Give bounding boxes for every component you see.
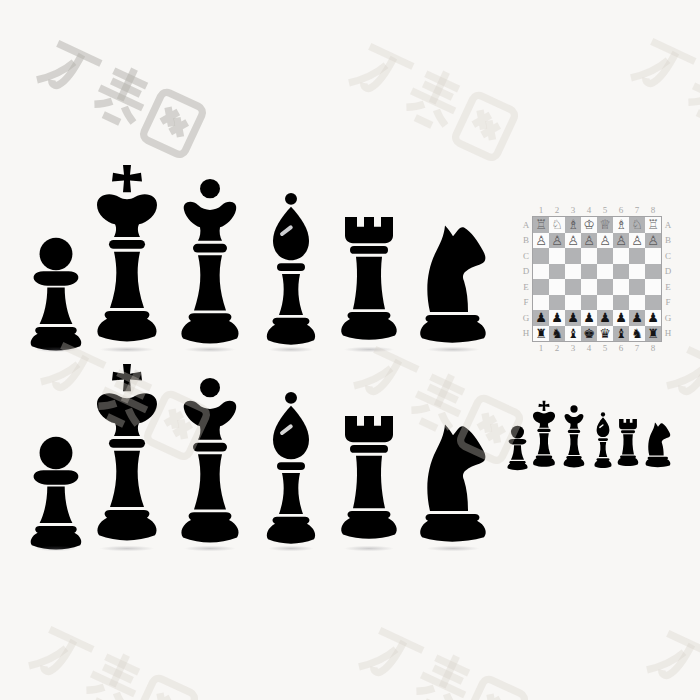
square-G3: ♟ — [565, 310, 581, 326]
board-piece-black: ♜ — [647, 326, 659, 342]
board-piece-black: ♝ — [567, 326, 579, 342]
file-label: 2 — [549, 203, 565, 217]
square-H5: ♛ — [597, 326, 613, 342]
square-D8 — [645, 264, 661, 280]
square-H1: ♜ — [533, 326, 549, 342]
board-piece-black: ♚ — [583, 326, 595, 342]
rank-label: B — [661, 233, 675, 249]
square-B8: ♙ — [645, 233, 661, 249]
board-piece-white: ♙ — [535, 233, 547, 249]
square-A3: ♗ — [565, 217, 581, 233]
square-C5 — [597, 248, 613, 264]
white-king — [89, 163, 165, 350]
square-C1 — [533, 248, 549, 264]
black-knight — [416, 410, 490, 549]
square-D4 — [581, 264, 597, 280]
board-piece-black: ♟ — [535, 310, 547, 326]
mini-chessboard: 12345678A♖♘♗♔♕♗♘♖AB♙♙♙♙♙♙♙♙BCCDDEEFFG♟♟♟… — [519, 203, 675, 355]
square-E5 — [597, 279, 613, 295]
square-C2 — [549, 248, 565, 264]
square-D6 — [613, 264, 629, 280]
square-A6: ♗ — [613, 217, 629, 233]
watermark — [20, 616, 205, 700]
rank-label: D — [661, 264, 675, 280]
board-piece-white: ♖ — [647, 217, 659, 233]
file-label: 1 — [533, 341, 549, 355]
square-B7: ♙ — [629, 233, 645, 249]
board-piece-white: ♙ — [599, 233, 611, 249]
white-queen — [174, 178, 246, 350]
square-C8 — [645, 248, 661, 264]
watermark — [340, 33, 525, 172]
icon-bishop — [592, 412, 614, 470]
board-piece-white: ♙ — [567, 233, 579, 249]
board-piece-white: ♕ — [599, 217, 611, 233]
square-F1 — [533, 295, 549, 311]
square-D1 — [533, 264, 549, 280]
watermark — [622, 28, 700, 167]
rank-label: B — [519, 233, 533, 249]
square-F4 — [581, 295, 597, 311]
board-piece-white: ♗ — [615, 217, 627, 233]
square-C7 — [629, 248, 645, 264]
board-piece-white: ♘ — [551, 217, 563, 233]
square-H7: ♞ — [629, 326, 645, 342]
square-F7 — [629, 295, 645, 311]
square-D2 — [549, 264, 565, 280]
square-A4: ♔ — [581, 217, 597, 233]
square-A7: ♘ — [629, 217, 645, 233]
black-bishop — [260, 391, 322, 549]
square-D5 — [597, 264, 613, 280]
square-A2: ♘ — [549, 217, 565, 233]
rank-label: C — [519, 248, 533, 264]
rank-label: A — [519, 217, 533, 233]
board-piece-black: ♟ — [567, 310, 579, 326]
square-E8 — [645, 279, 661, 295]
file-label: 6 — [613, 203, 629, 217]
square-F3 — [565, 295, 581, 311]
rank-label: F — [519, 295, 533, 311]
square-H4: ♚ — [581, 326, 597, 342]
square-B2: ♙ — [549, 233, 565, 249]
file-label: 5 — [597, 341, 613, 355]
square-G7: ♟ — [629, 310, 645, 326]
square-E7 — [629, 279, 645, 295]
square-E4 — [581, 279, 597, 295]
rank-label: G — [661, 310, 675, 326]
board-piece-black: ♟ — [647, 310, 659, 326]
board-piece-black: ♞ — [631, 326, 643, 342]
square-H6: ♝ — [613, 326, 629, 342]
square-D7 — [629, 264, 645, 280]
square-H8: ♜ — [645, 326, 661, 342]
square-A5: ♕ — [597, 217, 613, 233]
file-label: 6 — [613, 341, 629, 355]
square-E3 — [565, 279, 581, 295]
board-piece-black: ♟ — [551, 310, 563, 326]
square-C6 — [613, 248, 629, 264]
board-piece-white: ♙ — [647, 233, 659, 249]
file-label: 7 — [629, 341, 645, 355]
file-label: 3 — [565, 203, 581, 217]
board-piece-white: ♔ — [583, 217, 595, 233]
board-piece-white: ♙ — [615, 233, 627, 249]
square-G8: ♟ — [645, 310, 661, 326]
board-piece-black: ♞ — [551, 326, 563, 342]
square-B5: ♙ — [597, 233, 613, 249]
board-piece-white: ♙ — [551, 233, 563, 249]
rank-label: F — [661, 295, 675, 311]
black-rook — [334, 413, 404, 549]
square-H2: ♞ — [549, 326, 565, 342]
board-corner — [519, 341, 533, 355]
square-C3 — [565, 248, 581, 264]
square-E1 — [533, 279, 549, 295]
square-G5: ♟ — [597, 310, 613, 326]
square-D3 — [565, 264, 581, 280]
board-piece-white: ♙ — [583, 233, 595, 249]
black-queen — [174, 377, 246, 549]
board-piece-black: ♝ — [615, 326, 627, 342]
file-label: 7 — [629, 203, 645, 217]
rank-label: H — [661, 326, 675, 342]
square-C4 — [581, 248, 597, 264]
square-F2 — [549, 295, 565, 311]
square-F6 — [613, 295, 629, 311]
icon-knight — [644, 417, 672, 470]
rank-label: E — [519, 279, 533, 295]
square-B3: ♙ — [565, 233, 581, 249]
black-king — [89, 362, 165, 549]
file-label: 8 — [645, 341, 661, 355]
white-knight — [416, 211, 490, 350]
rank-label: G — [519, 310, 533, 326]
icon-queen — [561, 405, 587, 470]
board-piece-black: ♟ — [599, 310, 611, 326]
square-E2 — [549, 279, 565, 295]
square-G2: ♟ — [549, 310, 565, 326]
file-label: 4 — [581, 341, 597, 355]
board-piece-black: ♛ — [599, 326, 611, 342]
file-label: 4 — [581, 203, 597, 217]
square-F5 — [597, 295, 613, 311]
square-G1: ♟ — [533, 310, 549, 326]
board-piece-white: ♖ — [535, 217, 547, 233]
icon-rook — [615, 418, 641, 470]
black-pawn — [27, 430, 85, 549]
rank-label: D — [519, 264, 533, 280]
chess-pieces-vector-sheet: 12345678A♖♘♗♔♕♗♘♖AB♙♙♙♙♙♙♙♙BCCDDEEFFG♟♟♟… — [0, 0, 700, 700]
file-label: 3 — [565, 341, 581, 355]
board-piece-white: ♗ — [567, 217, 579, 233]
file-label: 1 — [533, 203, 549, 217]
watermark — [350, 617, 535, 700]
square-B1: ♙ — [533, 233, 549, 249]
file-label: 2 — [549, 341, 565, 355]
board-piece-white: ♘ — [631, 217, 643, 233]
square-B4: ♙ — [581, 233, 597, 249]
rank-label: C — [661, 248, 675, 264]
board-piece-white: ♙ — [631, 233, 643, 249]
watermark — [638, 620, 700, 700]
white-bishop — [260, 192, 322, 350]
square-F8 — [645, 295, 661, 311]
square-A1: ♖ — [533, 217, 549, 233]
square-G4: ♟ — [581, 310, 597, 326]
rank-label: E — [661, 279, 675, 295]
square-E6 — [613, 279, 629, 295]
white-rook — [334, 214, 404, 350]
rank-label: A — [661, 217, 675, 233]
watermark — [28, 30, 213, 169]
board-piece-black: ♜ — [535, 326, 547, 342]
board-corner — [519, 203, 533, 217]
square-B6: ♙ — [613, 233, 629, 249]
square-H3: ♝ — [565, 326, 581, 342]
board-piece-black: ♟ — [583, 310, 595, 326]
board-corner — [661, 203, 675, 217]
rank-label: H — [519, 326, 533, 342]
square-G6: ♟ — [613, 310, 629, 326]
file-label: 5 — [597, 203, 613, 217]
square-A8: ♖ — [645, 217, 661, 233]
white-pawn — [27, 231, 85, 350]
icon-king — [530, 400, 558, 470]
board-piece-black: ♟ — [631, 310, 643, 326]
icon-pawn — [506, 423, 529, 470]
board-piece-black: ♟ — [615, 310, 627, 326]
board-corner — [661, 341, 675, 355]
file-label: 8 — [645, 203, 661, 217]
